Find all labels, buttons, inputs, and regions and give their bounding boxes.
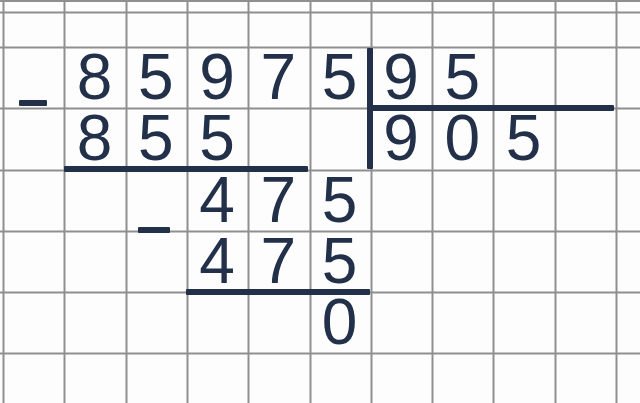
dividend-digit-2: 5 [125,47,186,108]
subtrahend1-digit-3: 5 [186,108,247,169]
quotient-digit-1: 9 [370,108,431,169]
partial1-digit-3: 5 [309,169,370,230]
dividend-digit-4: 7 [248,47,309,108]
minus-sign-1 [19,100,47,106]
minus-sign-2 [138,227,170,233]
divisor-underline [367,105,614,111]
divisor-digit-2: 5 [432,47,493,108]
subtrahend1-digit-1: 8 [64,108,125,169]
division-board: 85975958559054754750 [0,0,640,403]
remainder-digit: 0 [309,292,370,353]
subtrahend2-digit-2: 7 [248,230,309,291]
dividend-digit-3: 9 [186,47,247,108]
grid-top-edge-line [0,0,640,2]
quotient-digit-2: 0 [432,108,493,169]
subtraction-1-underline [64,166,309,172]
dividend-digit-5: 5 [309,47,370,108]
subtrahend2-digit-3: 5 [309,230,370,291]
divisor-digit-1: 9 [370,47,431,108]
quotient-digit-3: 5 [493,108,554,169]
dividend-digit-1: 8 [64,47,125,108]
partial1-digit-2: 7 [248,169,309,230]
subtrahend1-digit-2: 5 [125,108,186,169]
partial1-digit-1: 4 [186,169,247,230]
subtrahend2-digit-1: 4 [186,230,247,291]
subtraction-2-underline [186,289,370,295]
